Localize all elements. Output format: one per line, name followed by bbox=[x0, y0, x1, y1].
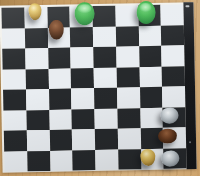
square-f5[interactable] bbox=[116, 67, 139, 88]
square-h8[interactable] bbox=[161, 4, 184, 25]
square-a6[interactable] bbox=[2, 48, 25, 69]
square-b6[interactable] bbox=[25, 48, 48, 69]
square-f6[interactable] bbox=[116, 46, 139, 67]
square-d5[interactable] bbox=[71, 68, 94, 89]
square-e3[interactable] bbox=[94, 108, 117, 129]
chess-board bbox=[0, 2, 197, 173]
square-f2[interactable] bbox=[118, 128, 141, 149]
square-h6[interactable] bbox=[161, 45, 184, 66]
piece-green-d8[interactable] bbox=[74, 2, 94, 25]
square-f4[interactable] bbox=[117, 87, 140, 108]
square-b3[interactable] bbox=[26, 109, 49, 130]
square-h7[interactable] bbox=[161, 25, 184, 46]
square-e8[interactable] bbox=[92, 6, 115, 27]
square-c5[interactable] bbox=[48, 68, 71, 89]
square-e1[interactable] bbox=[95, 149, 118, 170]
square-a2[interactable] bbox=[4, 130, 27, 151]
piece-brown-c7[interactable] bbox=[48, 20, 63, 40]
piece-gold-b8[interactable] bbox=[28, 3, 41, 20]
square-d7[interactable] bbox=[70, 27, 93, 48]
square-a4[interactable] bbox=[3, 89, 26, 110]
square-c4[interactable] bbox=[49, 89, 72, 110]
square-a3[interactable] bbox=[3, 110, 26, 131]
square-e4[interactable] bbox=[94, 88, 117, 109]
square-e7[interactable] bbox=[93, 26, 116, 47]
square-b1[interactable] bbox=[27, 150, 50, 171]
square-g4[interactable] bbox=[140, 87, 163, 108]
square-g3[interactable] bbox=[140, 107, 163, 128]
square-d2[interactable] bbox=[72, 129, 95, 150]
square-e2[interactable] bbox=[95, 129, 118, 150]
square-e5[interactable] bbox=[94, 67, 117, 88]
square-a8[interactable] bbox=[1, 7, 24, 28]
square-c2[interactable] bbox=[49, 130, 72, 151]
square-d4[interactable] bbox=[71, 88, 94, 109]
square-b4[interactable] bbox=[26, 89, 49, 110]
square-f7[interactable] bbox=[116, 26, 139, 47]
square-f3[interactable] bbox=[117, 108, 140, 129]
square-g6[interactable] bbox=[139, 46, 162, 67]
square-b7[interactable] bbox=[25, 27, 48, 48]
board-squares bbox=[1, 4, 186, 171]
square-g5[interactable] bbox=[139, 66, 162, 87]
square-h4[interactable] bbox=[162, 86, 185, 107]
piece-green-g8[interactable] bbox=[136, 0, 155, 23]
square-a7[interactable] bbox=[2, 28, 25, 49]
piece-gold-g1[interactable] bbox=[140, 148, 155, 165]
square-a5[interactable] bbox=[3, 69, 26, 90]
square-f1[interactable] bbox=[118, 149, 141, 170]
square-e6[interactable] bbox=[93, 47, 116, 68]
square-g7[interactable] bbox=[138, 25, 161, 46]
square-b2[interactable] bbox=[27, 130, 50, 151]
board-edge-band bbox=[183, 2, 196, 169]
square-c1[interactable] bbox=[50, 150, 73, 171]
screw-dot bbox=[185, 5, 189, 7]
square-c6[interactable] bbox=[48, 48, 71, 69]
table-surface bbox=[0, 0, 200, 176]
square-a1[interactable] bbox=[4, 151, 27, 172]
square-d1[interactable] bbox=[72, 150, 95, 171]
square-b5[interactable] bbox=[25, 68, 48, 89]
screw-dot bbox=[189, 141, 191, 143]
square-d3[interactable] bbox=[72, 109, 95, 130]
square-h5[interactable] bbox=[162, 66, 185, 87]
square-c3[interactable] bbox=[49, 109, 72, 130]
square-f8[interactable] bbox=[115, 5, 138, 26]
piece-brown-h2[interactable] bbox=[157, 128, 176, 143]
square-d6[interactable] bbox=[70, 47, 93, 68]
